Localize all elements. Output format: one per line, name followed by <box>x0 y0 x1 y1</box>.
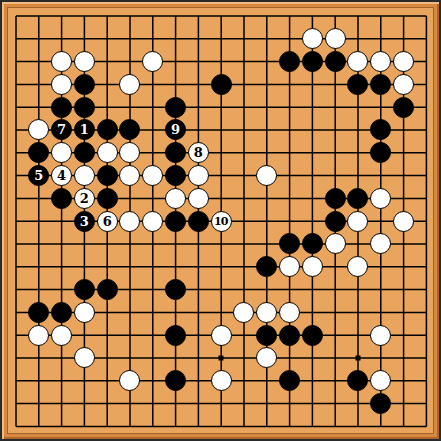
intersection <box>278 5 301 28</box>
intersection <box>164 164 187 187</box>
intersection <box>187 5 210 28</box>
intersection <box>233 5 256 28</box>
intersection <box>73 255 96 278</box>
intersection <box>164 369 187 392</box>
stone-white <box>51 142 72 163</box>
intersection <box>415 73 438 96</box>
intersection <box>187 164 210 187</box>
intersection <box>5 301 28 324</box>
stone-white <box>256 165 277 186</box>
intersection <box>369 164 392 187</box>
intersection <box>96 278 119 301</box>
intersection <box>301 255 324 278</box>
intersection: 2 <box>73 187 96 210</box>
intersection <box>164 96 187 119</box>
intersection <box>73 141 96 164</box>
intersection <box>415 233 438 256</box>
intersection <box>5 324 28 347</box>
intersection <box>141 210 164 233</box>
intersection <box>324 141 347 164</box>
intersection <box>415 96 438 119</box>
intersection <box>187 96 210 119</box>
intersection <box>119 301 142 324</box>
stone-white <box>119 74 140 95</box>
intersection <box>96 255 119 278</box>
intersection <box>324 392 347 415</box>
intersection <box>187 255 210 278</box>
intersection <box>369 27 392 50</box>
intersection <box>347 141 370 164</box>
stone-black <box>74 142 95 163</box>
intersection <box>392 301 415 324</box>
stone-white <box>74 302 95 323</box>
intersection <box>119 96 142 119</box>
intersection <box>210 324 233 347</box>
stone-black <box>165 97 186 118</box>
stone-black <box>325 211 346 232</box>
intersection <box>255 347 278 370</box>
intersection <box>210 255 233 278</box>
intersection <box>119 415 142 438</box>
stone-white <box>51 325 72 346</box>
intersection <box>187 73 210 96</box>
intersection <box>5 187 28 210</box>
intersection <box>301 210 324 233</box>
stone-black <box>370 142 391 163</box>
stone-white <box>370 325 391 346</box>
intersection <box>141 392 164 415</box>
stone-white <box>393 74 414 95</box>
intersection <box>278 141 301 164</box>
stone-black <box>74 74 95 95</box>
intersection <box>187 187 210 210</box>
intersection <box>392 187 415 210</box>
stone-white <box>74 347 95 368</box>
intersection <box>278 96 301 119</box>
intersection <box>164 278 187 301</box>
stone-layer: 71985423610 <box>5 5 438 438</box>
intersection <box>347 119 370 142</box>
intersection <box>5 415 28 438</box>
intersection <box>210 96 233 119</box>
intersection <box>324 324 347 347</box>
intersection <box>141 301 164 324</box>
stone-white <box>370 370 391 391</box>
intersection <box>415 210 438 233</box>
stone-black <box>279 325 300 346</box>
intersection <box>392 27 415 50</box>
intersection <box>278 187 301 210</box>
intersection <box>119 187 142 210</box>
intersection <box>301 301 324 324</box>
intersection <box>73 347 96 370</box>
intersection <box>392 369 415 392</box>
intersection <box>210 50 233 73</box>
intersection <box>96 50 119 73</box>
intersection <box>119 255 142 278</box>
intersection <box>301 415 324 438</box>
board-field: 71985423610 <box>8 8 433 433</box>
intersection <box>415 347 438 370</box>
intersection <box>50 141 73 164</box>
intersection <box>5 27 28 50</box>
intersection <box>27 369 50 392</box>
intersection <box>96 369 119 392</box>
stone-white: 4 <box>51 165 72 186</box>
intersection <box>50 255 73 278</box>
intersection <box>369 50 392 73</box>
intersection <box>27 415 50 438</box>
intersection <box>369 73 392 96</box>
intersection <box>50 301 73 324</box>
intersection <box>210 164 233 187</box>
intersection <box>50 210 73 233</box>
intersection <box>164 415 187 438</box>
intersection <box>187 233 210 256</box>
intersection <box>324 73 347 96</box>
intersection <box>347 187 370 210</box>
intersection <box>392 255 415 278</box>
intersection <box>210 187 233 210</box>
intersection <box>369 278 392 301</box>
intersection <box>141 233 164 256</box>
intersection <box>369 324 392 347</box>
intersection <box>255 27 278 50</box>
intersection <box>369 96 392 119</box>
intersection <box>278 369 301 392</box>
intersection <box>187 415 210 438</box>
intersection <box>347 278 370 301</box>
intersection <box>5 141 28 164</box>
intersection <box>347 347 370 370</box>
stone-white <box>393 51 414 72</box>
intersection <box>119 233 142 256</box>
intersection <box>164 5 187 28</box>
intersection <box>415 392 438 415</box>
stone-black <box>256 325 277 346</box>
intersection <box>27 5 50 28</box>
intersection <box>347 96 370 119</box>
intersection <box>50 233 73 256</box>
intersection <box>233 164 256 187</box>
intersection <box>27 392 50 415</box>
intersection <box>324 369 347 392</box>
move-number-label: 7 <box>57 123 66 136</box>
intersection <box>278 301 301 324</box>
move-number-label: 4 <box>57 169 66 182</box>
intersection: 1 <box>73 119 96 142</box>
stone-white <box>347 211 368 232</box>
intersection <box>5 255 28 278</box>
intersection <box>278 255 301 278</box>
stone-black <box>370 119 391 140</box>
stone-white: 10 <box>211 211 232 232</box>
intersection <box>369 5 392 28</box>
stone-white: 8 <box>188 142 209 163</box>
intersection <box>5 73 28 96</box>
intersection <box>210 347 233 370</box>
stone-white <box>370 233 391 254</box>
stone-white <box>302 28 323 49</box>
intersection <box>324 119 347 142</box>
intersection <box>415 50 438 73</box>
intersection <box>27 50 50 73</box>
intersection <box>5 347 28 370</box>
intersection: 6 <box>96 210 119 233</box>
intersection <box>5 119 28 142</box>
stone-white <box>188 165 209 186</box>
go-board: 71985423610 <box>0 0 441 441</box>
intersection <box>415 164 438 187</box>
intersection <box>73 392 96 415</box>
stone-white <box>211 370 232 391</box>
intersection <box>301 324 324 347</box>
intersection <box>369 187 392 210</box>
intersection <box>324 347 347 370</box>
intersection <box>392 278 415 301</box>
intersection <box>301 187 324 210</box>
intersection <box>255 415 278 438</box>
intersection <box>27 255 50 278</box>
intersection <box>210 301 233 324</box>
intersection <box>164 141 187 164</box>
intersection <box>301 96 324 119</box>
intersection <box>324 164 347 187</box>
intersection <box>415 5 438 28</box>
intersection <box>369 119 392 142</box>
intersection <box>210 278 233 301</box>
stone-black <box>165 279 186 300</box>
intersection <box>324 50 347 73</box>
intersection <box>324 415 347 438</box>
intersection <box>5 369 28 392</box>
stone-white <box>142 165 163 186</box>
intersection <box>73 301 96 324</box>
intersection <box>415 415 438 438</box>
intersection <box>27 324 50 347</box>
intersection <box>210 119 233 142</box>
intersection <box>324 210 347 233</box>
intersection <box>187 50 210 73</box>
stone-black <box>302 51 323 72</box>
intersection <box>255 73 278 96</box>
intersection <box>5 210 28 233</box>
stone-white <box>28 119 49 140</box>
intersection <box>255 50 278 73</box>
stone-black <box>188 211 209 232</box>
intersection <box>347 233 370 256</box>
intersection <box>50 347 73 370</box>
intersection <box>73 164 96 187</box>
stone-black <box>28 142 49 163</box>
intersection <box>415 369 438 392</box>
stone-black <box>28 302 49 323</box>
intersection <box>278 73 301 96</box>
intersection <box>119 27 142 50</box>
intersection <box>278 347 301 370</box>
intersection <box>164 392 187 415</box>
stone-black <box>119 119 140 140</box>
intersection <box>119 164 142 187</box>
intersection <box>73 415 96 438</box>
intersection <box>141 187 164 210</box>
intersection <box>141 5 164 28</box>
move-number-label: 5 <box>34 169 43 182</box>
intersection <box>5 50 28 73</box>
intersection <box>187 301 210 324</box>
stone-black: 5 <box>28 165 49 186</box>
intersection <box>96 5 119 28</box>
intersection <box>392 164 415 187</box>
intersection <box>301 233 324 256</box>
intersection <box>324 96 347 119</box>
intersection <box>369 233 392 256</box>
intersection <box>233 369 256 392</box>
stone-black: 7 <box>51 119 72 140</box>
intersection <box>73 324 96 347</box>
move-number-label: 10 <box>214 215 227 226</box>
intersection <box>27 233 50 256</box>
intersection <box>233 210 256 233</box>
intersection <box>415 301 438 324</box>
intersection <box>50 187 73 210</box>
stone-black <box>51 188 72 209</box>
intersection <box>164 210 187 233</box>
intersection <box>278 233 301 256</box>
stone-black <box>165 370 186 391</box>
intersection <box>119 369 142 392</box>
stone-white <box>165 188 186 209</box>
stone-white <box>256 347 277 368</box>
intersection <box>255 369 278 392</box>
intersection <box>5 392 28 415</box>
intersection <box>119 50 142 73</box>
move-number-label: 9 <box>171 123 180 136</box>
intersection <box>27 27 50 50</box>
intersection <box>301 73 324 96</box>
intersection <box>141 324 164 347</box>
stone-black: 3 <box>74 211 95 232</box>
intersection <box>27 73 50 96</box>
intersection <box>301 369 324 392</box>
intersection <box>187 278 210 301</box>
intersection <box>347 164 370 187</box>
intersection <box>141 164 164 187</box>
intersection <box>347 73 370 96</box>
move-number-label: 6 <box>103 214 112 227</box>
stone-black <box>347 370 368 391</box>
intersection <box>164 50 187 73</box>
intersection <box>233 187 256 210</box>
intersection <box>27 119 50 142</box>
stone-black <box>74 279 95 300</box>
intersection <box>255 324 278 347</box>
stone-black <box>97 188 118 209</box>
stone-black: 1 <box>74 119 95 140</box>
stone-white <box>142 51 163 72</box>
stone-white <box>370 51 391 72</box>
intersection <box>27 141 50 164</box>
intersection <box>415 27 438 50</box>
intersection <box>187 119 210 142</box>
intersection <box>50 415 73 438</box>
stone-white: 2 <box>74 188 95 209</box>
intersection <box>324 27 347 50</box>
intersection: 3 <box>73 210 96 233</box>
intersection <box>347 415 370 438</box>
intersection <box>210 141 233 164</box>
stone-white <box>325 233 346 254</box>
intersection <box>392 73 415 96</box>
stone-black <box>325 188 346 209</box>
intersection <box>255 392 278 415</box>
intersection <box>210 415 233 438</box>
intersection <box>141 369 164 392</box>
stone-white <box>370 188 391 209</box>
stone-black <box>165 165 186 186</box>
intersection <box>392 324 415 347</box>
intersection <box>50 5 73 28</box>
intersection <box>278 392 301 415</box>
stone-white <box>51 74 72 95</box>
stone-black <box>165 325 186 346</box>
intersection <box>5 5 28 28</box>
intersection <box>119 392 142 415</box>
intersection <box>369 392 392 415</box>
intersection <box>369 210 392 233</box>
intersection <box>73 96 96 119</box>
intersection <box>5 96 28 119</box>
stone-black <box>279 233 300 254</box>
intersection <box>73 5 96 28</box>
stone-black <box>279 370 300 391</box>
stone-white <box>119 142 140 163</box>
intersection <box>415 141 438 164</box>
stone-white <box>74 51 95 72</box>
stone-black <box>370 393 391 414</box>
intersection <box>210 27 233 50</box>
intersection <box>210 233 233 256</box>
stone-black <box>370 74 391 95</box>
intersection <box>347 210 370 233</box>
intersection <box>141 415 164 438</box>
intersection <box>347 255 370 278</box>
stone-black: 9 <box>165 119 186 140</box>
stone-white <box>211 325 232 346</box>
stone-white <box>119 165 140 186</box>
intersection <box>50 96 73 119</box>
intersection <box>369 415 392 438</box>
intersection <box>187 347 210 370</box>
intersection <box>369 347 392 370</box>
intersection <box>255 141 278 164</box>
stone-white <box>302 256 323 277</box>
intersection <box>96 141 119 164</box>
intersection <box>141 255 164 278</box>
intersection <box>369 301 392 324</box>
stone-white <box>97 142 118 163</box>
intersection <box>50 27 73 50</box>
move-number-label: 3 <box>80 214 89 227</box>
stone-white <box>393 211 414 232</box>
intersection <box>96 96 119 119</box>
intersection <box>324 278 347 301</box>
intersection <box>210 369 233 392</box>
intersection <box>164 73 187 96</box>
intersection <box>255 301 278 324</box>
stone-black <box>256 256 277 277</box>
move-number-label: 1 <box>80 123 89 136</box>
